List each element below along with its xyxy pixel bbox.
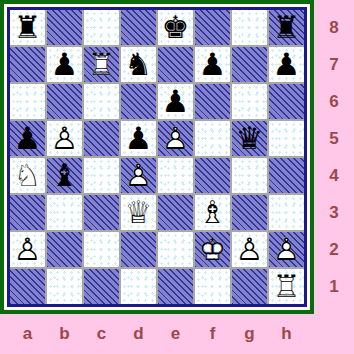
square-g6[interactable] xyxy=(232,84,267,119)
square-f5[interactable] xyxy=(195,121,230,156)
file-label-g: g xyxy=(232,324,267,344)
square-e6[interactable]: ♟ xyxy=(158,84,193,119)
rank-labels: 87654321 xyxy=(314,10,354,304)
square-c8[interactable] xyxy=(84,10,119,45)
square-b1[interactable] xyxy=(47,269,82,304)
square-b4[interactable]: ♝ xyxy=(47,158,82,193)
square-g1[interactable] xyxy=(232,269,267,304)
square-g4[interactable] xyxy=(232,158,267,193)
square-e3[interactable] xyxy=(158,195,193,230)
file-label-a: a xyxy=(10,324,45,344)
square-h3[interactable] xyxy=(269,195,304,230)
piece-black-pawn: ♟ xyxy=(10,121,45,156)
piece-white-knight: ♞♘ xyxy=(10,158,45,193)
file-label-f: f xyxy=(195,324,230,344)
rank-label-4: 4 xyxy=(314,166,354,186)
piece-black-pawn: ♟ xyxy=(269,47,304,82)
piece-white-pawn: ♟♙ xyxy=(10,232,45,267)
piece-black-pawn: ♟ xyxy=(158,84,193,119)
rank-label-6: 6 xyxy=(314,92,354,112)
square-h1[interactable]: ♜♖ xyxy=(269,269,304,304)
square-c5[interactable] xyxy=(84,121,119,156)
square-d8[interactable] xyxy=(121,10,156,45)
rank-label-7: 7 xyxy=(314,55,354,75)
square-d4[interactable]: ♟♙ xyxy=(121,158,156,193)
square-h5[interactable] xyxy=(269,121,304,156)
square-d3[interactable]: ♛♕ xyxy=(121,195,156,230)
square-d6[interactable] xyxy=(121,84,156,119)
file-label-d: d xyxy=(121,324,156,344)
square-a2[interactable]: ♟♙ xyxy=(10,232,45,267)
file-label-c: c xyxy=(84,324,119,344)
square-h2[interactable]: ♟♙ xyxy=(269,232,304,267)
piece-black-king: ♚ xyxy=(158,10,193,45)
square-b2[interactable] xyxy=(47,232,82,267)
page-background: ♜♚♜♟♜♖♞♟♟♟♟♟♙♟♟♙♛♞♘♝♟♙♛♕♝♗♟♙♚♔♟♙♟♙♜♖ abc… xyxy=(0,0,354,354)
square-g8[interactable] xyxy=(232,10,267,45)
square-h6[interactable] xyxy=(269,84,304,119)
square-e8[interactable]: ♚ xyxy=(158,10,193,45)
square-c7[interactable]: ♜♖ xyxy=(84,47,119,82)
square-a5[interactable]: ♟ xyxy=(10,121,45,156)
square-c3[interactable] xyxy=(84,195,119,230)
square-e7[interactable] xyxy=(158,47,193,82)
square-b8[interactable] xyxy=(47,10,82,45)
square-e2[interactable] xyxy=(158,232,193,267)
piece-white-rook: ♜♖ xyxy=(84,47,119,82)
rank-label-5: 5 xyxy=(314,129,354,149)
square-b7[interactable]: ♟ xyxy=(47,47,82,82)
rank-label-3: 3 xyxy=(314,203,354,223)
rank-label-8: 8 xyxy=(314,18,354,38)
square-e5[interactable]: ♟♙ xyxy=(158,121,193,156)
square-b6[interactable] xyxy=(47,84,82,119)
square-f1[interactable] xyxy=(195,269,230,304)
board-outer-frame: ♜♚♜♟♜♖♞♟♟♟♟♟♙♟♟♙♛♞♘♝♟♙♛♕♝♗♟♙♚♔♟♙♟♙♜♖ xyxy=(0,0,314,314)
square-e1[interactable] xyxy=(158,269,193,304)
square-f7[interactable]: ♟ xyxy=(195,47,230,82)
square-f2[interactable]: ♚♔ xyxy=(195,232,230,267)
piece-white-pawn: ♟♙ xyxy=(269,232,304,267)
piece-white-bishop: ♝♗ xyxy=(195,195,230,230)
square-a3[interactable] xyxy=(10,195,45,230)
board-white-frame: ♜♚♜♟♜♖♞♟♟♟♟♟♙♟♟♙♛♞♘♝♟♙♛♕♝♗♟♙♚♔♟♙♟♙♜♖ xyxy=(4,4,310,310)
square-f8[interactable] xyxy=(195,10,230,45)
square-d7[interactable]: ♞ xyxy=(121,47,156,82)
square-a6[interactable] xyxy=(10,84,45,119)
square-g3[interactable] xyxy=(232,195,267,230)
square-h8[interactable]: ♜ xyxy=(269,10,304,45)
square-g7[interactable] xyxy=(232,47,267,82)
square-d2[interactable] xyxy=(121,232,156,267)
square-d1[interactable] xyxy=(121,269,156,304)
square-c2[interactable] xyxy=(84,232,119,267)
piece-black-bishop: ♝ xyxy=(47,158,82,193)
piece-white-pawn: ♟♙ xyxy=(47,121,82,156)
square-c1[interactable] xyxy=(84,269,119,304)
chess-board: ♜♚♜♟♜♖♞♟♟♟♟♟♙♟♟♙♛♞♘♝♟♙♛♕♝♗♟♙♚♔♟♙♟♙♜♖ xyxy=(10,10,304,304)
piece-white-pawn: ♟♙ xyxy=(121,158,156,193)
square-a8[interactable]: ♜ xyxy=(10,10,45,45)
square-b5[interactable]: ♟♙ xyxy=(47,121,82,156)
square-h7[interactable]: ♟ xyxy=(269,47,304,82)
square-a4[interactable]: ♞♘ xyxy=(10,158,45,193)
piece-black-rook: ♜ xyxy=(10,10,45,45)
file-label-e: e xyxy=(158,324,193,344)
piece-white-king: ♚♔ xyxy=(195,232,230,267)
square-e4[interactable] xyxy=(158,158,193,193)
square-g2[interactable]: ♟♙ xyxy=(232,232,267,267)
piece-black-pawn: ♟ xyxy=(195,47,230,82)
piece-black-pawn: ♟ xyxy=(121,121,156,156)
square-f3[interactable]: ♝♗ xyxy=(195,195,230,230)
square-d5[interactable]: ♟ xyxy=(121,121,156,156)
file-labels: abcdefgh xyxy=(10,314,304,354)
file-label-h: h xyxy=(269,324,304,344)
square-h4[interactable] xyxy=(269,158,304,193)
piece-black-rook: ♜ xyxy=(269,10,304,45)
square-a1[interactable] xyxy=(10,269,45,304)
piece-white-pawn: ♟♙ xyxy=(232,232,267,267)
rank-label-1: 1 xyxy=(314,277,354,297)
piece-black-knight: ♞ xyxy=(121,47,156,82)
square-b3[interactable] xyxy=(47,195,82,230)
square-a7[interactable] xyxy=(10,47,45,82)
piece-white-queen: ♛♕ xyxy=(121,195,156,230)
square-f4[interactable] xyxy=(195,158,230,193)
board-navy-frame: ♜♚♜♟♜♖♞♟♟♟♟♟♙♟♟♙♛♞♘♝♟♙♛♕♝♗♟♙♚♔♟♙♟♙♜♖ xyxy=(7,7,307,307)
square-c6[interactable] xyxy=(84,84,119,119)
piece-black-queen: ♛ xyxy=(232,121,267,156)
square-g5[interactable]: ♛ xyxy=(232,121,267,156)
piece-black-pawn: ♟ xyxy=(47,47,82,82)
square-f6[interactable] xyxy=(195,84,230,119)
square-c4[interactable] xyxy=(84,158,119,193)
rank-label-2: 2 xyxy=(314,240,354,260)
piece-white-pawn: ♟♙ xyxy=(158,121,193,156)
file-label-b: b xyxy=(47,324,82,344)
piece-white-rook: ♜♖ xyxy=(269,269,304,304)
